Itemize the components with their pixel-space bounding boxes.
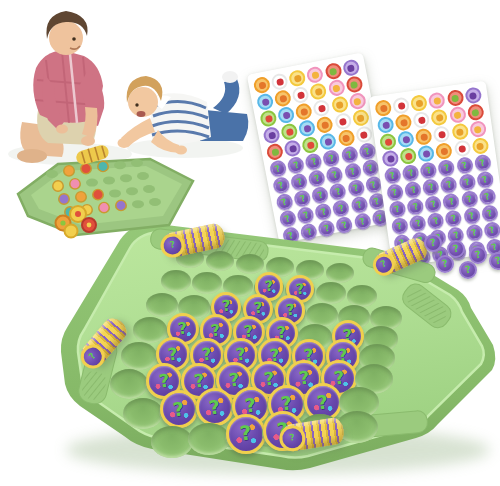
board-hole — [347, 285, 377, 307]
question-mark-glyph: ? — [193, 371, 206, 390]
question-mark-glyph: ? — [441, 259, 449, 270]
board-hole — [236, 254, 264, 274]
loose-question-token: ? — [436, 255, 454, 273]
question-token: ? — [226, 414, 266, 454]
question-mark-glyph: ? — [221, 299, 232, 315]
board-hole — [192, 272, 222, 294]
board-hole — [161, 270, 191, 292]
board-hole — [121, 342, 157, 370]
loose-question-token: ? — [447, 240, 465, 258]
question-mark-glyph: ? — [263, 370, 276, 389]
question-mark-glyph: ? — [172, 399, 186, 419]
question-mark-glyph: ? — [285, 303, 296, 319]
question-mark-glyph: ? — [210, 322, 222, 339]
question-mark-glyph: ? — [208, 397, 222, 417]
board-hole — [133, 317, 167, 343]
board-hole — [146, 293, 178, 317]
question-mark-glyph: ? — [379, 259, 387, 269]
question-mark-glyph: ? — [167, 345, 179, 363]
question-mark-glyph: ? — [169, 240, 176, 250]
question-mark-glyph: ? — [253, 301, 264, 317]
question-mark-glyph: ? — [474, 250, 482, 261]
question-mark-glyph: ? — [452, 244, 460, 255]
question-token: ? — [160, 390, 198, 428]
question-mark-glyph: ? — [295, 281, 305, 296]
board-hole — [151, 426, 193, 458]
question-mark-glyph: ? — [201, 346, 213, 364]
board-hole — [316, 282, 346, 304]
loose-question-token: ? — [489, 252, 500, 270]
board-hole — [110, 369, 148, 399]
product-photo: ?????????????????????????????? ?????????… — [0, 0, 500, 486]
question-mark-glyph: ? — [298, 369, 311, 388]
board-hole — [306, 303, 338, 327]
board-hole — [188, 423, 230, 455]
question-mark-glyph: ? — [464, 265, 472, 276]
question-mark-glyph: ? — [239, 423, 253, 444]
question-mark-glyph: ? — [316, 392, 330, 412]
question-mark-glyph: ? — [333, 368, 346, 387]
question-mark-glyph: ? — [158, 372, 171, 391]
board-hole — [206, 251, 234, 271]
board-hole — [123, 398, 163, 429]
loose-question-token: ? — [459, 261, 477, 279]
question-mark-glyph: ? — [177, 321, 189, 338]
question-mark-glyph: ? — [289, 433, 296, 443]
question-mark-glyph: ? — [228, 370, 241, 389]
question-mark-glyph: ? — [264, 279, 274, 294]
question-mark-glyph: ? — [87, 351, 97, 361]
question-mark-glyph: ? — [429, 238, 437, 249]
question-mark-glyph: ? — [244, 395, 258, 415]
question-mark-glyph: ? — [494, 256, 500, 267]
board-hole — [326, 263, 354, 283]
loose-question-token: ? — [424, 234, 442, 252]
